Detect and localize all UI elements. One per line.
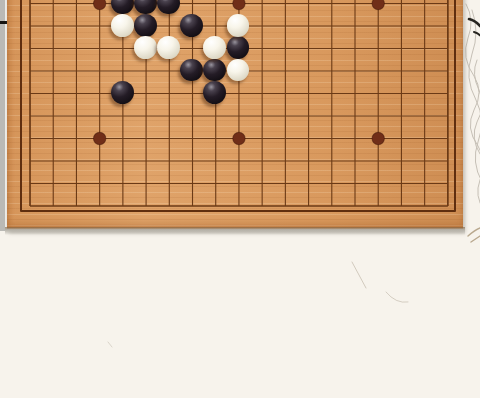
white-stone [227,14,250,37]
black-stone [180,59,203,82]
intersection-G8 [157,36,180,58]
black-stone [227,36,250,59]
white-stone [111,14,134,37]
intersection-K7 [226,59,249,81]
intersection-K8 [226,36,249,58]
black-stone [134,0,157,14]
intersection-F8 [134,36,157,58]
intersection-K9 [226,14,249,36]
go-board [7,0,463,229]
intersection-F10 [134,0,157,14]
black-stone [134,14,157,37]
board-shadow [5,227,465,235]
black-stone [203,59,226,82]
intersection-E9 [111,14,134,36]
intersection-F9 [134,14,157,36]
sketch-stroke [474,32,480,36]
intersection-G10 [157,0,180,14]
intersection-J7 [203,59,226,81]
black-stone [180,14,203,37]
white-stone [157,36,180,59]
white-stone [203,36,226,59]
sketch-stroke [108,342,112,347]
intersection-J8 [203,36,226,58]
sketch-stroke [386,292,408,302]
black-stone [111,81,134,104]
sketch-stroke [352,262,366,288]
white-stone [134,36,157,59]
black-stone [157,0,180,14]
screenshot-root [0,0,480,398]
stones-layer [18,0,457,216]
black-stone [111,0,134,14]
white-stone [227,59,250,82]
intersection-E6 [111,81,134,103]
black-stone [203,81,226,104]
intersection-J6 [203,81,226,103]
sketch-stroke [468,228,480,242]
sketch-stroke [466,4,480,210]
intersection-H9 [180,14,203,36]
intersection-E10 [111,0,134,14]
intersection-H7 [180,59,203,81]
